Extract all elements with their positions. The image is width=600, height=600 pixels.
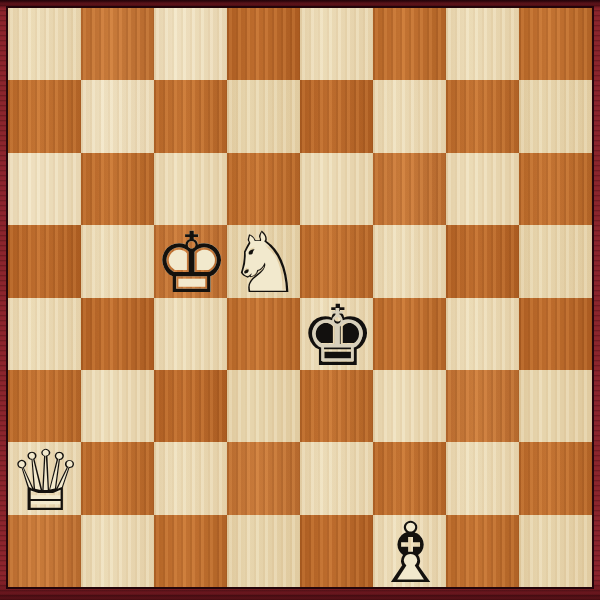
white-bishop-glyph-line: ♗ xyxy=(373,511,446,595)
white-king-glyph-fill: ♚ xyxy=(154,221,227,305)
square-f6[interactable] xyxy=(373,153,446,225)
square-a7[interactable] xyxy=(8,80,81,152)
square-g4[interactable] xyxy=(446,298,519,370)
square-b1[interactable] xyxy=(81,515,154,587)
square-h1[interactable] xyxy=(519,515,592,587)
square-f4[interactable] xyxy=(373,298,446,370)
square-a6[interactable] xyxy=(8,153,81,225)
square-b4[interactable] xyxy=(81,298,154,370)
square-g5[interactable] xyxy=(446,225,519,297)
square-h3[interactable] xyxy=(519,370,592,442)
white-bishop-glyph-fill: ♝ xyxy=(373,511,446,595)
square-b2[interactable] xyxy=(81,442,154,514)
square-g8[interactable] xyxy=(446,8,519,80)
square-f3[interactable] xyxy=(373,370,446,442)
square-d5[interactable]: ♞♘ xyxy=(227,225,300,297)
square-c2[interactable] xyxy=(154,442,227,514)
square-g2[interactable] xyxy=(446,442,519,514)
square-d4[interactable] xyxy=(227,298,300,370)
square-h5[interactable] xyxy=(519,225,592,297)
square-e4[interactable]: ♚♔ xyxy=(300,298,373,370)
square-a1[interactable] xyxy=(8,515,81,587)
square-h2[interactable] xyxy=(519,442,592,514)
square-h4[interactable] xyxy=(519,298,592,370)
square-f8[interactable] xyxy=(373,8,446,80)
chess-board-frame: ♚♔♞♘♚♔♛♕♝♗ xyxy=(0,0,600,600)
square-g3[interactable] xyxy=(446,370,519,442)
square-a2[interactable]: ♛♕ xyxy=(8,442,81,514)
square-c1[interactable] xyxy=(154,515,227,587)
square-g7[interactable] xyxy=(446,80,519,152)
square-d1[interactable] xyxy=(227,515,300,587)
square-a5[interactable] xyxy=(8,225,81,297)
black-king-glyph-detail: ♔ xyxy=(305,300,368,372)
piece-white-bishop[interactable]: ♝♗ xyxy=(373,515,446,587)
square-c6[interactable] xyxy=(154,153,227,225)
square-a8[interactable] xyxy=(8,8,81,80)
square-c7[interactable] xyxy=(154,80,227,152)
square-e5[interactable] xyxy=(300,225,373,297)
square-h8[interactable] xyxy=(519,8,592,80)
square-d6[interactable] xyxy=(227,153,300,225)
square-e3[interactable] xyxy=(300,370,373,442)
square-b7[interactable] xyxy=(81,80,154,152)
square-c3[interactable] xyxy=(154,370,227,442)
square-e8[interactable] xyxy=(300,8,373,80)
white-knight-glyph-line: ♘ xyxy=(227,221,300,305)
square-h7[interactable] xyxy=(519,80,592,152)
square-a4[interactable] xyxy=(8,298,81,370)
piece-white-knight[interactable]: ♞♘ xyxy=(227,225,300,297)
square-f1[interactable]: ♝♗ xyxy=(373,515,446,587)
square-e2[interactable] xyxy=(300,442,373,514)
square-f7[interactable] xyxy=(373,80,446,152)
square-a3[interactable] xyxy=(8,370,81,442)
square-b8[interactable] xyxy=(81,8,154,80)
white-queen-glyph-line: ♕ xyxy=(8,439,81,523)
square-e6[interactable] xyxy=(300,153,373,225)
square-e1[interactable] xyxy=(300,515,373,587)
piece-white-queen[interactable]: ♛♕ xyxy=(8,442,81,514)
square-b3[interactable] xyxy=(81,370,154,442)
square-e7[interactable] xyxy=(300,80,373,152)
square-b6[interactable] xyxy=(81,153,154,225)
square-d7[interactable] xyxy=(227,80,300,152)
square-g6[interactable] xyxy=(446,153,519,225)
piece-white-king[interactable]: ♚♔ xyxy=(154,225,227,297)
square-d3[interactable] xyxy=(227,370,300,442)
square-f5[interactable] xyxy=(373,225,446,297)
square-c8[interactable] xyxy=(154,8,227,80)
square-c5[interactable]: ♚♔ xyxy=(154,225,227,297)
square-d2[interactable] xyxy=(227,442,300,514)
chess-board: ♚♔♞♘♚♔♛♕♝♗ xyxy=(8,8,592,587)
white-king-glyph-line: ♔ xyxy=(154,221,227,305)
black-king-glyph-fill: ♚ xyxy=(300,294,373,378)
piece-black-king[interactable]: ♚♔ xyxy=(300,298,373,370)
square-b5[interactable] xyxy=(81,225,154,297)
square-g1[interactable] xyxy=(446,515,519,587)
white-queen-glyph-fill: ♛ xyxy=(8,439,81,523)
square-c4[interactable] xyxy=(154,298,227,370)
square-d8[interactable] xyxy=(227,8,300,80)
square-h6[interactable] xyxy=(519,153,592,225)
square-f2[interactable] xyxy=(373,442,446,514)
white-knight-glyph-fill: ♞ xyxy=(227,221,300,305)
